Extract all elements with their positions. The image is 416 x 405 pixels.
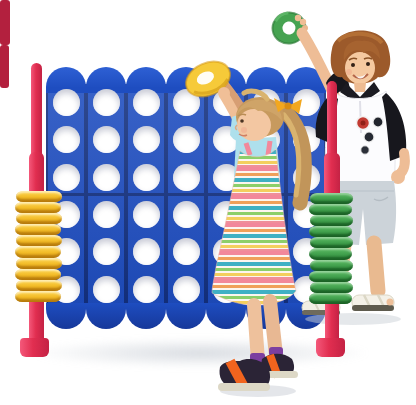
green-ring [310, 237, 353, 248]
yellow-ring [16, 191, 62, 202]
green-ring [309, 226, 352, 237]
board-cell-r3c2[interactable] [86, 159, 126, 196]
green-ring [309, 271, 352, 282]
board-cell-r5c2[interactable] [86, 233, 126, 270]
badge-black-1 [373, 117, 383, 127]
empty-hole [53, 126, 80, 153]
left-frame-post [31, 63, 42, 163]
board-cell-r4c2[interactable] [86, 196, 126, 233]
left-foot [20, 338, 49, 357]
board-cell-r3c3[interactable] [126, 159, 166, 196]
empty-hole [53, 89, 80, 116]
yellow-ring [16, 280, 62, 291]
yellow-ring [15, 202, 61, 213]
empty-hole [93, 276, 120, 303]
left-foot-fin [0, 0, 10, 45]
yellow-ring-stack [15, 191, 61, 302]
empty-hole [133, 89, 160, 116]
board-cell-r4c3[interactable] [126, 196, 166, 233]
empty-hole [93, 201, 120, 228]
empty-hole [93, 89, 120, 116]
empty-hole [133, 276, 160, 303]
board-cell-r6c3[interactable] [126, 271, 166, 308]
empty-hole [133, 238, 160, 265]
empty-hole [53, 164, 80, 191]
empty-hole [133, 164, 160, 191]
green-ring-stack [309, 193, 352, 304]
yellow-ring [15, 269, 61, 280]
board-cell-r6c2[interactable] [86, 271, 126, 308]
board-cell-r2c3[interactable] [126, 121, 166, 158]
boy-head [331, 31, 391, 85]
board-cell-r2c1[interactable] [46, 121, 86, 158]
yellow-ring [16, 235, 62, 246]
green-ring [309, 293, 352, 304]
green-ring [309, 248, 352, 259]
board-cell-r1c1[interactable] [46, 84, 86, 121]
board-cell-r5c3[interactable] [126, 233, 166, 270]
green-ring [310, 193, 353, 204]
right-foot-fin [0, 45, 9, 88]
empty-hole [93, 126, 120, 153]
empty-hole [93, 164, 120, 191]
empty-hole [133, 201, 160, 228]
right-foot [316, 338, 345, 357]
yellow-ring [16, 258, 62, 269]
board-cell-r2c2[interactable] [86, 121, 126, 158]
green-ring [310, 282, 353, 293]
girl-dress [212, 141, 296, 305]
green-ring [309, 204, 352, 215]
product-photo-stage [0, 0, 416, 405]
green-ring [310, 260, 353, 271]
green-ring [310, 215, 353, 226]
yellow-ring [15, 224, 61, 235]
badge-black-2 [364, 132, 374, 142]
girl-figure [170, 55, 315, 400]
empty-hole [133, 126, 160, 153]
board-cell-r1c3[interactable] [126, 84, 166, 121]
badge-black-3 [361, 146, 369, 154]
right-frame-post [327, 81, 337, 161]
yellow-ring [16, 213, 62, 224]
empty-hole [93, 238, 120, 265]
yellow-ring [15, 291, 61, 302]
yellow-ring [15, 246, 61, 257]
board-cell-r1c2[interactable] [86, 84, 126, 121]
